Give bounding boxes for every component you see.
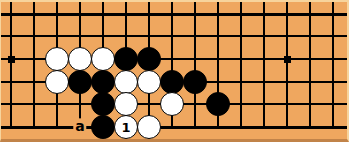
grid-line-h (0, 126, 349, 129)
grid-line-v (33, 2, 35, 129)
black-stone (91, 70, 115, 94)
black-stone (183, 70, 207, 94)
black-stone (137, 47, 161, 71)
grid-line-h (0, 35, 349, 37)
black-stone (68, 70, 92, 94)
go-diagram: a1 (0, 0, 349, 142)
grid-line-v (263, 2, 265, 129)
white-stone (137, 70, 161, 94)
white-stone (114, 92, 138, 116)
black-stone (160, 70, 184, 94)
grid-line-v (194, 2, 196, 129)
white-stone (45, 47, 69, 71)
grid-line-v (240, 2, 242, 129)
black-stone (91, 115, 115, 139)
grid-line-v (309, 2, 311, 129)
white-stone (68, 47, 92, 71)
grid-line-v (286, 2, 288, 129)
star-point (8, 56, 15, 63)
black-stone (91, 92, 115, 116)
white-stone (114, 70, 138, 94)
white-stone (91, 47, 115, 71)
white-stone-move-1: 1 (114, 115, 138, 139)
black-stone (206, 92, 230, 116)
grid-line-v (10, 2, 12, 129)
black-stone (114, 47, 138, 71)
point-label-a: a (73, 118, 86, 134)
white-stone (160, 92, 184, 116)
grid-line-h (0, 13, 349, 16)
white-stone (137, 115, 161, 139)
white-stone (45, 70, 69, 94)
grid-line-v (332, 2, 334, 129)
star-point (284, 56, 291, 63)
